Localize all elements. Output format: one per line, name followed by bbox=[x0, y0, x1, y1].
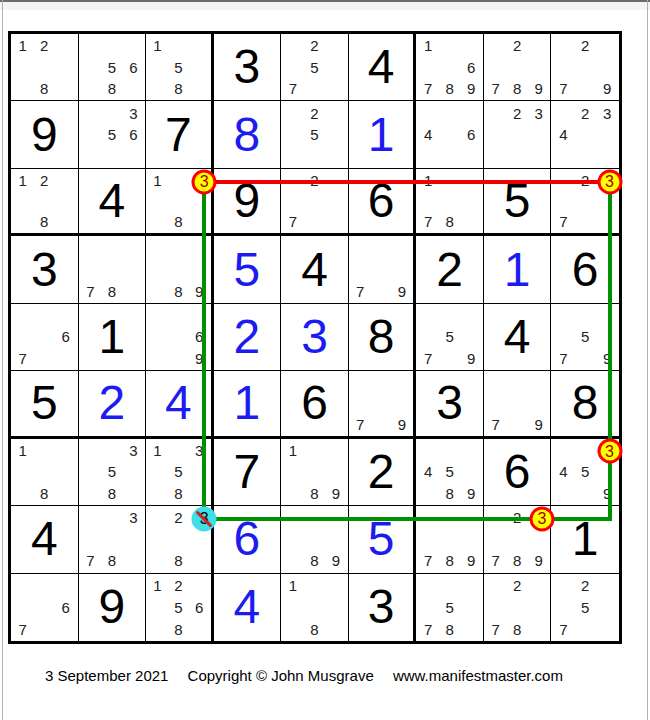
pencil-marks: 18 bbox=[12, 440, 77, 504]
cell-r7c2[interactable]: 358 bbox=[79, 439, 147, 506]
candidate-3 bbox=[189, 170, 210, 191]
candidate-4 bbox=[147, 191, 168, 212]
candidate-3 bbox=[123, 237, 145, 258]
candidate-8: 8 bbox=[304, 550, 326, 571]
candidate-2 bbox=[101, 507, 123, 528]
given-digit: 4 bbox=[349, 34, 414, 100]
cell-r2c8[interactable]: 23 bbox=[484, 101, 552, 168]
candidate-4: 4 bbox=[552, 461, 574, 482]
candidate-5 bbox=[304, 191, 326, 212]
cell-r8c1[interactable]: 4 bbox=[11, 506, 79, 573]
pencil-marks: 89 bbox=[147, 237, 210, 301]
cell-r1c9[interactable]: 279 bbox=[551, 34, 619, 101]
candidate-3 bbox=[528, 507, 550, 528]
solved-digit: 1 bbox=[214, 371, 281, 435]
cell-r6c7[interactable]: 3 bbox=[416, 371, 484, 438]
candidate-7 bbox=[147, 78, 168, 99]
candidate-2 bbox=[439, 305, 461, 326]
candidate-7: 7 bbox=[552, 78, 574, 99]
cell-r4c2[interactable]: 78 bbox=[79, 236, 147, 303]
candidate-7 bbox=[80, 483, 102, 504]
cell-r2c2[interactable]: 356 bbox=[79, 101, 147, 168]
candidate-8: 8 bbox=[168, 550, 189, 571]
cell-r2c6[interactable]: 1 bbox=[349, 101, 417, 168]
pencil-marks: 2789 bbox=[485, 35, 550, 99]
candidate-7: 7 bbox=[552, 348, 574, 369]
cell-r5c4[interactable]: 2 bbox=[214, 304, 282, 371]
cell-r8c5[interactable]: 89 bbox=[281, 506, 349, 573]
candidate-7: 7 bbox=[350, 414, 371, 435]
cell-r6c4[interactable]: 1 bbox=[214, 371, 282, 438]
candidate-6 bbox=[55, 461, 77, 482]
candidate-5 bbox=[34, 326, 56, 347]
candidate-5 bbox=[101, 529, 123, 550]
candidate-9 bbox=[189, 212, 210, 233]
candidate-1 bbox=[552, 305, 574, 326]
candidate-3: 3 bbox=[123, 102, 145, 123]
pencil-marks: 23 bbox=[485, 102, 550, 166]
cell-r6c5[interactable]: 6 bbox=[281, 371, 349, 438]
candidate-8 bbox=[371, 414, 392, 435]
cell-r3c4[interactable]: 9 bbox=[214, 169, 282, 236]
cell-r7c8[interactable]: 6 bbox=[484, 439, 552, 506]
candidate-4 bbox=[485, 596, 507, 618]
cell-r9c4[interactable]: 4 bbox=[214, 574, 282, 641]
candidate-6: 6 bbox=[55, 596, 77, 618]
candidate-4 bbox=[417, 191, 439, 212]
candidate-4 bbox=[80, 529, 102, 550]
candidate-5: 5 bbox=[304, 56, 326, 77]
candidate-7 bbox=[147, 483, 168, 504]
candidate-7 bbox=[282, 145, 304, 166]
candidate-6: 6 bbox=[460, 56, 482, 77]
candidate-8: 8 bbox=[101, 78, 123, 99]
candidate-8: 8 bbox=[101, 483, 123, 504]
candidate-4 bbox=[80, 461, 102, 482]
candidate-7 bbox=[282, 483, 304, 504]
pencil-marks: 67 bbox=[12, 305, 77, 369]
cell-r4c7[interactable]: 2 bbox=[416, 236, 484, 303]
sudoku-grid: 1285681583257416789278927993567825146232… bbox=[11, 34, 619, 641]
cell-r9c3[interactable]: 12568 bbox=[146, 574, 214, 641]
candidate-9 bbox=[325, 78, 347, 99]
candidate-3 bbox=[596, 305, 618, 326]
cell-r1c3[interactable]: 158 bbox=[146, 34, 214, 101]
candidate-6: 6 bbox=[189, 596, 210, 618]
given-digit: 4 bbox=[281, 236, 348, 302]
cell-r5c8[interactable]: 4 bbox=[484, 304, 552, 371]
candidate-2 bbox=[439, 440, 461, 461]
candidate-7: 7 bbox=[417, 78, 439, 99]
given-digit: 3 bbox=[416, 371, 483, 435]
candidate-4 bbox=[552, 191, 574, 212]
cell-r7c4[interactable]: 7 bbox=[214, 439, 282, 506]
candidate-1 bbox=[417, 102, 439, 123]
candidate-2 bbox=[304, 440, 326, 461]
pencil-marks: 356 bbox=[80, 102, 145, 166]
candidate-2 bbox=[168, 440, 189, 461]
cell-r7c5[interactable]: 189 bbox=[281, 439, 349, 506]
candidate-7 bbox=[12, 212, 34, 233]
cell-r5c6[interactable]: 8 bbox=[349, 304, 417, 371]
candidate-2 bbox=[574, 440, 596, 461]
candidate-3 bbox=[596, 575, 618, 597]
candidate-4 bbox=[80, 124, 102, 145]
candidate-7 bbox=[147, 280, 168, 301]
cell-r4c1[interactable]: 3 bbox=[11, 236, 79, 303]
cell-r7c7[interactable]: 4589 bbox=[416, 439, 484, 506]
cell-r4c3[interactable]: 89 bbox=[146, 236, 214, 303]
cell-r9c5[interactable]: 18 bbox=[281, 574, 349, 641]
pencil-marks: 89 bbox=[282, 507, 347, 571]
candidate-9: 9 bbox=[460, 550, 482, 571]
candidate-5 bbox=[506, 56, 528, 77]
candidate-9 bbox=[55, 618, 77, 640]
cell-r7c9[interactable]: 459 bbox=[551, 439, 619, 506]
candidate-1 bbox=[12, 575, 34, 597]
candidate-6 bbox=[460, 326, 482, 347]
candidate-5: 5 bbox=[168, 56, 189, 77]
candidate-4 bbox=[147, 326, 168, 347]
candidate-8 bbox=[574, 145, 596, 166]
cell-r5c5[interactable]: 3 bbox=[281, 304, 349, 371]
candidate-9: 9 bbox=[596, 483, 618, 504]
cell-r1c4[interactable]: 3 bbox=[214, 34, 282, 101]
cell-r8c3[interactable]: 28 bbox=[146, 506, 214, 573]
cell-r2c9[interactable]: 234 bbox=[551, 101, 619, 168]
cell-r8c2[interactable]: 378 bbox=[79, 506, 147, 573]
candidate-3 bbox=[123, 35, 145, 56]
candidate-1: 1 bbox=[417, 35, 439, 56]
cell-r9c6[interactable]: 3 bbox=[349, 574, 417, 641]
candidate-7 bbox=[417, 145, 439, 166]
candidate-9 bbox=[528, 145, 550, 166]
cell-r6c8[interactable]: 79 bbox=[484, 371, 552, 438]
solved-digit: 5 bbox=[349, 506, 414, 572]
cell-r6c2[interactable]: 2 bbox=[79, 371, 147, 438]
candidate-1: 1 bbox=[147, 440, 168, 461]
candidate-5 bbox=[506, 596, 528, 618]
candidate-5 bbox=[439, 124, 461, 145]
candidate-7 bbox=[80, 78, 102, 99]
solved-digit: 4 bbox=[214, 574, 281, 641]
candidate-2: 2 bbox=[506, 35, 528, 56]
sudoku-board: 1285681583257416789278927993567825146232… bbox=[8, 31, 622, 644]
candidate-8: 8 bbox=[439, 78, 461, 99]
cell-r1c1[interactable]: 128 bbox=[11, 34, 79, 101]
pencil-marks: 358 bbox=[80, 440, 145, 504]
pencil-marks: 568 bbox=[80, 35, 145, 99]
cell-r3c6[interactable]: 6 bbox=[349, 169, 417, 236]
candidate-2 bbox=[304, 507, 326, 528]
cell-r6c6[interactable]: 79 bbox=[349, 371, 417, 438]
cell-r3c3[interactable]: 18 bbox=[146, 169, 214, 236]
candidate-6 bbox=[596, 326, 618, 347]
candidate-5 bbox=[506, 124, 528, 145]
cell-r6c3[interactable]: 4 bbox=[146, 371, 214, 438]
candidate-8: 8 bbox=[101, 280, 123, 301]
candidate-3 bbox=[528, 35, 550, 56]
candidate-1 bbox=[350, 372, 371, 393]
cell-r1c2[interactable]: 568 bbox=[79, 34, 147, 101]
candidate-9: 9 bbox=[189, 348, 210, 369]
candidate-2: 2 bbox=[506, 507, 528, 528]
candidate-9 bbox=[325, 212, 347, 233]
cell-r3c2[interactable]: 4 bbox=[79, 169, 147, 236]
candidate-7: 7 bbox=[417, 618, 439, 640]
solved-digit: 5 bbox=[214, 236, 281, 302]
candidate-7 bbox=[282, 550, 304, 571]
candidate-5 bbox=[34, 461, 56, 482]
candidate-6 bbox=[460, 529, 482, 550]
cell-r2c3[interactable]: 7 bbox=[146, 101, 214, 168]
candidate-6 bbox=[528, 124, 550, 145]
candidate-1 bbox=[552, 35, 574, 56]
candidate-5 bbox=[168, 259, 189, 280]
pencil-marks: 578 bbox=[417, 575, 482, 640]
cell-r6c1[interactable]: 5 bbox=[11, 371, 79, 438]
pencil-marks: 27 bbox=[282, 170, 347, 232]
candidate-1 bbox=[80, 507, 102, 528]
cell-r7c1[interactable]: 18 bbox=[11, 439, 79, 506]
given-digit: 6 bbox=[281, 371, 348, 435]
candidate-8 bbox=[34, 348, 56, 369]
pencil-marks: 67 bbox=[12, 575, 77, 640]
candidate-8 bbox=[574, 212, 596, 233]
candidate-8: 8 bbox=[304, 618, 326, 640]
candidate-6: 6 bbox=[55, 326, 77, 347]
cell-r8c8[interactable]: 2789 bbox=[484, 506, 552, 573]
candidate-8: 8 bbox=[439, 483, 461, 504]
candidate-8 bbox=[304, 145, 326, 166]
candidate-6 bbox=[596, 56, 618, 77]
candidate-9 bbox=[528, 618, 550, 640]
cell-r4c8[interactable]: 1 bbox=[484, 236, 552, 303]
given-digit: 1 bbox=[551, 506, 619, 572]
footer-date: 3 September 2021 bbox=[45, 667, 168, 684]
footer: 3 September 2021 Copyright © John Musgra… bbox=[45, 667, 578, 684]
candidate-1 bbox=[147, 507, 168, 528]
candidate-5 bbox=[574, 56, 596, 77]
candidate-8 bbox=[439, 145, 461, 166]
candidate-1: 1 bbox=[147, 35, 168, 56]
cell-r8c7[interactable]: 789 bbox=[416, 506, 484, 573]
candidate-6 bbox=[189, 191, 210, 212]
candidate-1 bbox=[485, 102, 507, 123]
candidate-6: 6 bbox=[123, 124, 145, 145]
candidate-7: 7 bbox=[485, 414, 507, 435]
pencil-marks: 18 bbox=[282, 575, 347, 640]
cell-r6c9[interactable]: 8 bbox=[551, 371, 619, 438]
candidate-1 bbox=[80, 440, 102, 461]
candidate-9: 9 bbox=[391, 280, 412, 301]
candidate-5 bbox=[168, 529, 189, 550]
cell-r2c1[interactable]: 9 bbox=[11, 101, 79, 168]
cell-r9c1[interactable]: 67 bbox=[11, 574, 79, 641]
candidate-6 bbox=[596, 461, 618, 482]
pencil-marks: 28 bbox=[147, 507, 210, 571]
candidate-4 bbox=[147, 529, 168, 550]
given-digit: 8 bbox=[551, 371, 619, 435]
candidate-2 bbox=[168, 237, 189, 258]
candidate-1 bbox=[12, 305, 34, 326]
candidate-9: 9 bbox=[596, 348, 618, 369]
candidate-9 bbox=[55, 348, 77, 369]
cell-r7c3[interactable]: 1358 bbox=[146, 439, 214, 506]
candidate-8: 8 bbox=[168, 280, 189, 301]
cell-r2c4[interactable]: 8 bbox=[214, 101, 282, 168]
pencil-marks: 278 bbox=[485, 575, 550, 640]
candidate-7: 7 bbox=[12, 348, 34, 369]
cell-r9c9[interactable]: 257 bbox=[551, 574, 619, 641]
candidate-7: 7 bbox=[12, 618, 34, 640]
candidate-8: 8 bbox=[168, 483, 189, 504]
candidate-1 bbox=[80, 237, 102, 258]
cell-r9c8[interactable]: 278 bbox=[484, 574, 552, 641]
cell-r7c6[interactable]: 2 bbox=[349, 439, 417, 506]
cell-r5c3[interactable]: 69 bbox=[146, 304, 214, 371]
cell-r9c2[interactable]: 9 bbox=[79, 574, 147, 641]
pencil-marks: 234 bbox=[552, 102, 618, 166]
candidate-5 bbox=[304, 596, 326, 618]
given-digit: 2 bbox=[416, 236, 483, 302]
given-digit: 6 bbox=[484, 439, 551, 505]
candidate-8: 8 bbox=[304, 483, 326, 504]
candidate-5 bbox=[101, 259, 123, 280]
given-digit: 3 bbox=[11, 236, 78, 302]
candidate-5: 5 bbox=[304, 124, 326, 145]
candidate-7: 7 bbox=[417, 348, 439, 369]
cell-r4c5[interactable]: 4 bbox=[281, 236, 349, 303]
candidate-3 bbox=[460, 102, 482, 123]
candidate-7: 7 bbox=[552, 618, 574, 640]
cell-r8c4[interactable]: 6 bbox=[214, 506, 282, 573]
candidate-4 bbox=[282, 124, 304, 145]
candidate-3 bbox=[189, 507, 210, 528]
cell-r1c6[interactable]: 4 bbox=[349, 34, 417, 101]
candidate-9 bbox=[460, 618, 482, 640]
candidate-1 bbox=[485, 372, 507, 393]
candidate-8: 8 bbox=[168, 212, 189, 233]
candidate-4 bbox=[485, 393, 507, 414]
candidate-9 bbox=[325, 618, 347, 640]
candidate-9: 9 bbox=[460, 78, 482, 99]
candidate-3 bbox=[460, 507, 482, 528]
candidate-7: 7 bbox=[350, 280, 371, 301]
cell-r1c7[interactable]: 16789 bbox=[416, 34, 484, 101]
cell-r1c8[interactable]: 2789 bbox=[484, 34, 552, 101]
candidate-2 bbox=[439, 507, 461, 528]
given-digit: 1 bbox=[79, 304, 146, 370]
candidate-5: 5 bbox=[439, 461, 461, 482]
cell-r5c1[interactable]: 67 bbox=[11, 304, 79, 371]
candidate-1: 1 bbox=[12, 440, 34, 461]
candidate-1 bbox=[485, 35, 507, 56]
cell-r3c8[interactable]: 5 bbox=[484, 169, 552, 236]
candidate-9 bbox=[55, 78, 77, 99]
cell-r3c7[interactable]: 178 bbox=[416, 169, 484, 236]
candidate-6 bbox=[596, 191, 618, 212]
cell-r5c2[interactable]: 1 bbox=[79, 304, 147, 371]
candidate-6 bbox=[460, 461, 482, 482]
candidate-3 bbox=[391, 372, 412, 393]
candidate-2 bbox=[574, 305, 596, 326]
cell-r4c6[interactable]: 79 bbox=[349, 236, 417, 303]
candidate-8: 8 bbox=[506, 78, 528, 99]
given-digit: 6 bbox=[349, 169, 414, 233]
candidate-5 bbox=[439, 529, 461, 550]
candidate-1: 1 bbox=[417, 170, 439, 191]
candidate-1 bbox=[552, 170, 574, 191]
candidate-4 bbox=[147, 461, 168, 482]
cell-r1c5[interactable]: 257 bbox=[281, 34, 349, 101]
candidate-6 bbox=[325, 529, 347, 550]
candidate-8 bbox=[304, 78, 326, 99]
candidate-9 bbox=[325, 145, 347, 166]
cell-r3c1[interactable]: 128 bbox=[11, 169, 79, 236]
candidate-3 bbox=[55, 170, 77, 191]
cell-r5c9[interactable]: 579 bbox=[551, 304, 619, 371]
candidate-1 bbox=[552, 102, 574, 123]
cell-r4c9[interactable]: 6 bbox=[551, 236, 619, 303]
cell-r8c6[interactable]: 5 bbox=[349, 506, 417, 573]
candidate-5: 5 bbox=[574, 596, 596, 618]
cell-r4c4[interactable]: 5 bbox=[214, 236, 282, 303]
candidate-6 bbox=[596, 124, 618, 145]
cell-r3c9[interactable]: 27 bbox=[551, 169, 619, 236]
candidate-5: 5 bbox=[439, 326, 461, 347]
pencil-marks: 189 bbox=[282, 440, 347, 504]
pencil-marks: 46 bbox=[417, 102, 482, 166]
candidate-4 bbox=[485, 529, 507, 550]
candidate-1 bbox=[80, 102, 102, 123]
cell-r9c7[interactable]: 578 bbox=[416, 574, 484, 641]
candidate-2 bbox=[168, 35, 189, 56]
cell-r5c7[interactable]: 579 bbox=[416, 304, 484, 371]
candidate-3 bbox=[55, 440, 77, 461]
cell-r2c5[interactable]: 25 bbox=[281, 101, 349, 168]
cell-r8c9[interactable]: 1 bbox=[551, 506, 619, 573]
candidate-9: 9 bbox=[325, 550, 347, 571]
solved-digit: 2 bbox=[79, 371, 146, 435]
candidate-1 bbox=[282, 507, 304, 528]
pencil-marks: 2789 bbox=[485, 507, 550, 571]
candidate-5: 5 bbox=[101, 461, 123, 482]
pencil-marks: 69 bbox=[147, 305, 210, 369]
candidate-9 bbox=[189, 483, 210, 504]
pencil-marks: 257 bbox=[282, 35, 347, 99]
candidate-9 bbox=[123, 78, 145, 99]
cell-r3c5[interactable]: 27 bbox=[281, 169, 349, 236]
candidate-3 bbox=[189, 237, 210, 258]
candidate-3 bbox=[528, 372, 550, 393]
candidate-5 bbox=[574, 124, 596, 145]
given-digit: 4 bbox=[11, 506, 78, 572]
candidate-9: 9 bbox=[460, 483, 482, 504]
pencil-marks: 12568 bbox=[147, 575, 210, 640]
given-digit: 2 bbox=[349, 439, 414, 505]
candidate-5 bbox=[439, 56, 461, 77]
cell-r2c7[interactable]: 46 bbox=[416, 101, 484, 168]
candidate-8: 8 bbox=[168, 618, 189, 640]
candidate-1 bbox=[552, 440, 574, 461]
candidate-2: 2 bbox=[304, 170, 326, 191]
candidate-8 bbox=[574, 78, 596, 99]
candidate-3: 3 bbox=[189, 440, 210, 461]
candidate-7 bbox=[147, 348, 168, 369]
candidate-9 bbox=[596, 212, 618, 233]
candidate-7 bbox=[80, 145, 102, 166]
